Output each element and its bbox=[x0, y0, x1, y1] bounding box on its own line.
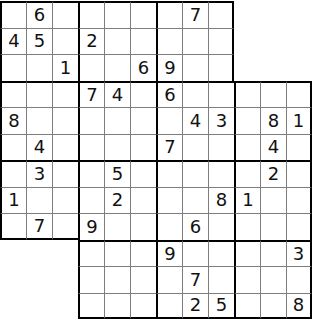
clue-cell-r8c7: 6 bbox=[182, 213, 208, 240]
cell-r0c0[interactable] bbox=[0, 1, 26, 28]
clue-cell-r9c11: 3 bbox=[286, 240, 312, 267]
cell-r5c4[interactable] bbox=[104, 134, 130, 161]
clue-cell-r11c7: 2 bbox=[182, 293, 208, 320]
clue-cell-r6c10: 2 bbox=[260, 160, 286, 187]
clue-cell-r5c1: 4 bbox=[26, 134, 52, 161]
cell-r0c11 bbox=[286, 1, 312, 28]
cell-r9c8[interactable] bbox=[208, 240, 234, 267]
cell-r11c2 bbox=[52, 293, 78, 320]
cell-r5c11[interactable] bbox=[286, 134, 312, 161]
cell-r11c9[interactable] bbox=[234, 293, 260, 320]
clue-cell-r5c6: 7 bbox=[156, 134, 182, 161]
clue-cell-r6c4: 5 bbox=[104, 160, 130, 187]
cell-r4c9[interactable] bbox=[234, 107, 260, 134]
cell-r8c0[interactable] bbox=[0, 213, 26, 240]
cell-r10c1 bbox=[26, 266, 52, 293]
cell-r8c6[interactable] bbox=[156, 213, 182, 240]
cell-r1c9 bbox=[234, 28, 260, 55]
cell-r0c8[interactable] bbox=[208, 1, 234, 28]
cell-r2c9 bbox=[234, 54, 260, 81]
clue-cell-r3c3: 7 bbox=[78, 81, 104, 108]
cell-r5c0[interactable] bbox=[0, 134, 26, 161]
cell-r1c10 bbox=[260, 28, 286, 55]
cell-r2c10 bbox=[260, 54, 286, 81]
cell-r10c6[interactable] bbox=[156, 266, 182, 293]
clue-cell-r2c2: 1 bbox=[52, 54, 78, 81]
clue-cell-r11c11: 8 bbox=[286, 293, 312, 320]
cell-r3c0[interactable] bbox=[0, 81, 26, 108]
cell-r3c10[interactable] bbox=[260, 81, 286, 108]
cell-r2c7[interactable] bbox=[182, 54, 208, 81]
clue-cell-r1c3: 2 bbox=[78, 28, 104, 55]
cell-r6c0[interactable] bbox=[0, 160, 26, 187]
cell-r8c11[interactable] bbox=[286, 213, 312, 240]
clue-cell-r7c8: 8 bbox=[208, 187, 234, 214]
cell-r6c11[interactable] bbox=[286, 160, 312, 187]
clue-cell-r10c7: 7 bbox=[182, 266, 208, 293]
cell-r9c1 bbox=[26, 240, 52, 267]
cell-r7c6[interactable] bbox=[156, 187, 182, 214]
cell-r2c0[interactable] bbox=[0, 54, 26, 81]
clue-cell-r4c11: 1 bbox=[286, 107, 312, 134]
cell-r7c7[interactable] bbox=[182, 187, 208, 214]
cell-r10c9[interactable] bbox=[234, 266, 260, 293]
cell-r5c9[interactable] bbox=[234, 134, 260, 161]
cell-r0c9 bbox=[234, 1, 260, 28]
cell-r2c8[interactable] bbox=[208, 54, 234, 81]
cell-r3c7[interactable] bbox=[182, 81, 208, 108]
cell-r4c2[interactable] bbox=[52, 107, 78, 134]
clue-cell-r5c10: 4 bbox=[260, 134, 286, 161]
cell-r7c1[interactable] bbox=[26, 187, 52, 214]
cell-r8c9[interactable] bbox=[234, 213, 260, 240]
cell-r8c5[interactable] bbox=[130, 213, 156, 240]
cell-r4c6[interactable] bbox=[156, 107, 182, 134]
clue-cell-r2c6: 9 bbox=[156, 54, 182, 81]
cell-r10c5[interactable] bbox=[130, 266, 156, 293]
cell-r6c2[interactable] bbox=[52, 160, 78, 187]
cell-r9c5[interactable] bbox=[130, 240, 156, 267]
cell-r0c10 bbox=[260, 1, 286, 28]
cell-r3c11[interactable] bbox=[286, 81, 312, 108]
clue-cell-r4c10: 8 bbox=[260, 107, 286, 134]
cell-r10c3[interactable] bbox=[78, 266, 104, 293]
clue-cell-r1c1: 5 bbox=[26, 28, 52, 55]
cell-r7c5[interactable] bbox=[130, 187, 156, 214]
clue-cell-r2c5: 6 bbox=[130, 54, 156, 81]
cell-r9c9[interactable] bbox=[234, 240, 260, 267]
cell-r11c4[interactable] bbox=[104, 293, 130, 320]
cell-r1c11 bbox=[286, 28, 312, 55]
cell-r11c10[interactable] bbox=[260, 293, 286, 320]
cell-r0c6[interactable] bbox=[156, 1, 182, 28]
cell-r9c10[interactable] bbox=[260, 240, 286, 267]
cell-r3c8[interactable] bbox=[208, 81, 234, 108]
cell-r8c8[interactable] bbox=[208, 213, 234, 240]
clue-cell-r9c6: 9 bbox=[156, 240, 182, 267]
clue-cell-r6c1: 3 bbox=[26, 160, 52, 187]
cell-r8c2[interactable] bbox=[52, 213, 78, 240]
cell-r11c0 bbox=[0, 293, 26, 320]
clue-cell-r4c8: 3 bbox=[208, 107, 234, 134]
cell-r1c5[interactable] bbox=[130, 28, 156, 55]
cell-r0c3[interactable] bbox=[78, 1, 104, 28]
cell-r1c7[interactable] bbox=[182, 28, 208, 55]
cell-r2c11 bbox=[286, 54, 312, 81]
cell-r11c5[interactable] bbox=[130, 293, 156, 320]
cell-r5c3[interactable] bbox=[78, 134, 104, 161]
cell-r10c2 bbox=[52, 266, 78, 293]
cell-r5c7[interactable] bbox=[182, 134, 208, 161]
clue-cell-r3c6: 6 bbox=[156, 81, 182, 108]
cell-r6c9[interactable] bbox=[234, 160, 260, 187]
cell-r9c3[interactable] bbox=[78, 240, 104, 267]
cell-r7c2[interactable] bbox=[52, 187, 78, 214]
cell-r7c11[interactable] bbox=[286, 187, 312, 214]
cell-r1c2[interactable] bbox=[52, 28, 78, 55]
cell-r5c5[interactable] bbox=[130, 134, 156, 161]
cell-r3c2[interactable] bbox=[52, 81, 78, 108]
clue-cell-r8c3: 9 bbox=[78, 213, 104, 240]
clue-cell-r8c1: 7 bbox=[26, 213, 52, 240]
cell-r9c7[interactable] bbox=[182, 240, 208, 267]
cell-r0c5[interactable] bbox=[130, 1, 156, 28]
clue-cell-r7c4: 2 bbox=[104, 187, 130, 214]
cell-r8c10[interactable] bbox=[260, 213, 286, 240]
cell-r4c4[interactable] bbox=[104, 107, 130, 134]
cell-r10c0 bbox=[0, 266, 26, 293]
cell-r9c4[interactable] bbox=[104, 240, 130, 267]
cell-r9c2 bbox=[52, 240, 78, 267]
cell-r1c8[interactable] bbox=[208, 28, 234, 55]
cell-r10c8[interactable] bbox=[208, 266, 234, 293]
clue-cell-r3c4: 4 bbox=[104, 81, 130, 108]
cell-r10c11[interactable] bbox=[286, 266, 312, 293]
clue-cell-r0c7: 7 bbox=[182, 1, 208, 28]
cell-r4c5[interactable] bbox=[130, 107, 156, 134]
cell-r0c2[interactable] bbox=[52, 1, 78, 28]
cell-r7c3[interactable] bbox=[78, 187, 104, 214]
clue-cell-r0c1: 6 bbox=[26, 1, 52, 28]
cell-r10c10[interactable] bbox=[260, 266, 286, 293]
cell-r6c3[interactable] bbox=[78, 160, 104, 187]
clue-cell-r1c0: 4 bbox=[0, 28, 26, 55]
cell-r9c0 bbox=[0, 240, 26, 267]
sudoku-page: 67452169746843814743521281796937258 bbox=[0, 0, 312, 320]
cell-r5c2[interactable] bbox=[52, 134, 78, 161]
sudoku-board: 67452169746843814743521281796937258 bbox=[0, 1, 312, 319]
cell-r11c1 bbox=[26, 293, 52, 320]
cell-r3c9[interactable] bbox=[234, 81, 260, 108]
clue-cell-r7c9: 1 bbox=[234, 187, 260, 214]
cell-r2c3[interactable] bbox=[78, 54, 104, 81]
cell-r6c8[interactable] bbox=[208, 160, 234, 187]
cell-r2c1[interactable] bbox=[26, 54, 52, 81]
cell-r7c10[interactable] bbox=[260, 187, 286, 214]
cell-r6c6[interactable] bbox=[156, 160, 182, 187]
cell-r3c1[interactable] bbox=[26, 81, 52, 108]
clue-cell-r7c0: 1 bbox=[0, 187, 26, 214]
cell-r8c4[interactable] bbox=[104, 213, 130, 240]
cell-r11c6[interactable] bbox=[156, 293, 182, 320]
cell-r0c4[interactable] bbox=[104, 1, 130, 28]
cell-r2c4[interactable] bbox=[104, 54, 130, 81]
cell-r1c4[interactable] bbox=[104, 28, 130, 55]
cell-r1c6[interactable] bbox=[156, 28, 182, 55]
cell-r6c5[interactable] bbox=[130, 160, 156, 187]
cell-r3c5[interactable] bbox=[130, 81, 156, 108]
cell-r4c3[interactable] bbox=[78, 107, 104, 134]
clue-cell-r4c7: 4 bbox=[182, 107, 208, 134]
clue-cell-r11c8: 5 bbox=[208, 293, 234, 320]
cell-r6c7[interactable] bbox=[182, 160, 208, 187]
cell-r4c1[interactable] bbox=[26, 107, 52, 134]
cell-r11c3[interactable] bbox=[78, 293, 104, 320]
cell-r5c8[interactable] bbox=[208, 134, 234, 161]
cell-r10c4[interactable] bbox=[104, 266, 130, 293]
clue-cell-r4c0: 8 bbox=[0, 107, 26, 134]
